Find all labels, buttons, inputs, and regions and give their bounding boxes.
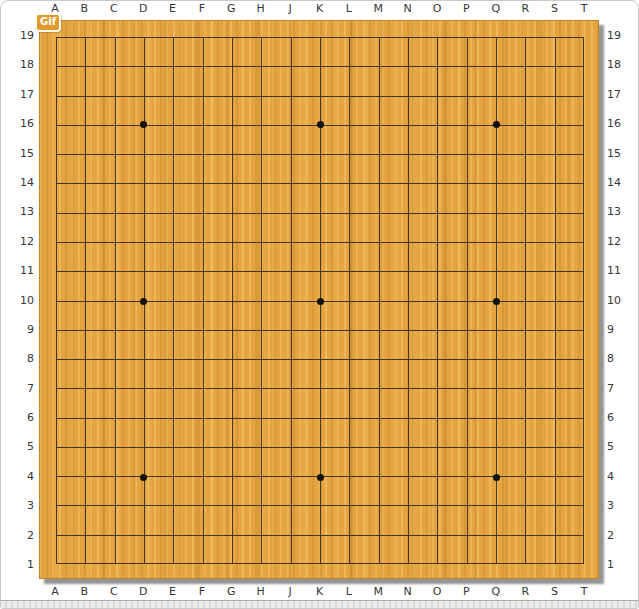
grid-cell	[408, 96, 437, 125]
grid-cell	[203, 183, 232, 212]
grid-cell	[349, 447, 378, 476]
grid-cell	[85, 359, 114, 388]
grid-cell	[349, 242, 378, 271]
row-label-left: 12	[4, 235, 34, 248]
star-point-Q16	[493, 121, 500, 128]
grid-cell	[349, 476, 378, 505]
grid-cell	[379, 154, 408, 183]
row-label-right: 5	[607, 440, 637, 453]
grid-cell	[437, 535, 466, 564]
grid-cell	[173, 301, 202, 330]
grid-cell	[496, 154, 525, 183]
grid-cell	[173, 447, 202, 476]
grid-cell	[56, 125, 85, 154]
star-point-D10	[140, 298, 147, 305]
grid-cell	[496, 535, 525, 564]
column-label-bottom: D	[132, 585, 154, 598]
grid-cell	[144, 476, 173, 505]
grid-cell	[291, 388, 320, 417]
column-label-bottom: S	[544, 585, 566, 598]
grid-cell	[408, 447, 437, 476]
grid-cell	[291, 66, 320, 95]
grid-cell	[525, 271, 554, 300]
grid-cell	[85, 125, 114, 154]
grid-cell	[408, 505, 437, 534]
grid-cell	[320, 271, 349, 300]
grid-cell	[261, 476, 290, 505]
gif-badge[interactable]: Gif	[35, 13, 61, 32]
grid-cell	[408, 418, 437, 447]
column-label-top: Q	[485, 2, 507, 15]
column-label-bottom: B	[73, 585, 95, 598]
column-label-top: H	[250, 2, 272, 15]
column-label-bottom: J	[279, 585, 301, 598]
grid-cell	[555, 330, 584, 359]
row-label-left: 11	[4, 264, 34, 277]
grid-cell	[349, 359, 378, 388]
grid-cell	[467, 418, 496, 447]
column-label-bottom: P	[455, 585, 477, 598]
grid-cell	[437, 96, 466, 125]
grid-cell	[115, 242, 144, 271]
grid-cell	[291, 213, 320, 242]
row-label-right: 19	[607, 29, 637, 42]
column-label-bottom: H	[250, 585, 272, 598]
grid-cell	[379, 330, 408, 359]
grid-cell	[320, 505, 349, 534]
grid-cell	[56, 330, 85, 359]
grid-cell	[525, 37, 554, 66]
grid-cell	[525, 96, 554, 125]
grid-cell	[408, 213, 437, 242]
star-point-K4	[317, 474, 324, 481]
grid-cell	[232, 505, 261, 534]
grid-cell	[261, 125, 290, 154]
grid-cell	[349, 66, 378, 95]
grid-cell	[115, 183, 144, 212]
grid-cell	[496, 96, 525, 125]
grid-cell	[320, 125, 349, 154]
grid-cell	[349, 330, 378, 359]
grid-cell	[173, 359, 202, 388]
grid-cell	[467, 476, 496, 505]
grid-cell	[144, 505, 173, 534]
grid-cell	[379, 359, 408, 388]
grid-cell	[173, 96, 202, 125]
grid-cell	[56, 359, 85, 388]
row-label-left: 8	[4, 352, 34, 365]
grid-cell	[85, 154, 114, 183]
row-label-right: 16	[607, 117, 637, 130]
grid-cell	[320, 96, 349, 125]
grid-cell	[85, 330, 114, 359]
grid-cell	[437, 359, 466, 388]
grid-cell	[555, 96, 584, 125]
column-label-top: L	[338, 2, 360, 15]
grid-cell	[379, 301, 408, 330]
grid-cell	[261, 330, 290, 359]
column-label-top: E	[162, 2, 184, 15]
grid-cell	[555, 271, 584, 300]
grid-cell	[349, 271, 378, 300]
grid-cell	[232, 183, 261, 212]
grid-cell	[56, 301, 85, 330]
grid-cell	[173, 271, 202, 300]
grid-cell	[525, 213, 554, 242]
grid-cell	[144, 271, 173, 300]
grid-cell	[525, 301, 554, 330]
grid-cell	[555, 66, 584, 95]
grid-cell	[496, 183, 525, 212]
row-label-right: 4	[607, 470, 637, 483]
grid-cell	[115, 213, 144, 242]
grid-cell	[320, 154, 349, 183]
grid-cell	[115, 96, 144, 125]
column-label-bottom: L	[338, 585, 360, 598]
grid-cell	[320, 447, 349, 476]
grid-cell	[56, 37, 85, 66]
grid-cell	[320, 66, 349, 95]
grid-cell	[115, 301, 144, 330]
grid-cell	[496, 476, 525, 505]
grid-cell	[437, 388, 466, 417]
grid-cell	[437, 447, 466, 476]
grid-cell	[349, 388, 378, 417]
grid-cell	[496, 271, 525, 300]
row-label-left: 16	[4, 117, 34, 130]
grid-cell	[467, 125, 496, 154]
grid-cell	[496, 213, 525, 242]
grid-cell	[437, 183, 466, 212]
row-label-right: 14	[607, 176, 637, 189]
grid-cell	[203, 242, 232, 271]
grid-cell	[467, 301, 496, 330]
grid-cell	[320, 213, 349, 242]
column-label-top: S	[544, 2, 566, 15]
row-label-right: 9	[607, 323, 637, 336]
column-label-top: P	[455, 2, 477, 15]
grid-cell	[203, 66, 232, 95]
grid-cell	[555, 213, 584, 242]
grid-cell	[56, 154, 85, 183]
grid-cell	[85, 301, 114, 330]
column-label-bottom: C	[103, 585, 125, 598]
grid-cell	[467, 242, 496, 271]
grid-cell	[232, 447, 261, 476]
grid-cell	[525, 330, 554, 359]
grid-cell	[291, 242, 320, 271]
grid-cell	[115, 330, 144, 359]
grid-cell	[261, 271, 290, 300]
column-label-top: O	[426, 2, 448, 15]
grid-cell	[85, 213, 114, 242]
grid-cell	[437, 154, 466, 183]
grid-cell	[291, 37, 320, 66]
row-label-left: 5	[4, 440, 34, 453]
row-label-right: 6	[607, 411, 637, 424]
grid-cell	[203, 388, 232, 417]
grid-cell	[467, 330, 496, 359]
grid-cell	[525, 359, 554, 388]
grid-cell	[203, 37, 232, 66]
grid-cell	[173, 125, 202, 154]
row-label-right: 1	[607, 558, 637, 571]
grid-cell	[173, 476, 202, 505]
grid-cell	[555, 476, 584, 505]
grid-cell	[379, 183, 408, 212]
column-label-bottom: T	[573, 585, 595, 598]
star-point-K10	[317, 298, 324, 305]
grid-cell	[525, 66, 554, 95]
grid-cell	[320, 418, 349, 447]
column-label-top: R	[514, 2, 536, 15]
row-label-left: 7	[4, 382, 34, 395]
row-label-left: 4	[4, 470, 34, 483]
grid-cell	[144, 301, 173, 330]
grid-cell	[437, 505, 466, 534]
grid-cell	[525, 125, 554, 154]
grid-cell	[349, 535, 378, 564]
grid-cell	[232, 388, 261, 417]
grid-cell	[144, 37, 173, 66]
grid-cell	[203, 301, 232, 330]
grid-cell	[496, 242, 525, 271]
grid-cell	[467, 37, 496, 66]
grid-cell	[203, 125, 232, 154]
grid-cell	[291, 535, 320, 564]
grid-cell	[144, 125, 173, 154]
column-label-bottom: K	[309, 585, 331, 598]
go-board[interactable]	[39, 20, 599, 579]
grid-cell	[261, 505, 290, 534]
grid-cell	[379, 476, 408, 505]
grid-cell	[144, 388, 173, 417]
grid-cell	[379, 418, 408, 447]
row-label-right: 11	[607, 264, 637, 277]
grid-cell	[349, 505, 378, 534]
column-label-top: D	[132, 2, 154, 15]
grid-cell	[56, 418, 85, 447]
grid-cell	[349, 418, 378, 447]
grid-cell	[115, 125, 144, 154]
grid-cell	[349, 96, 378, 125]
grid-cell	[291, 505, 320, 534]
grid-cell	[320, 535, 349, 564]
grid-cell	[467, 359, 496, 388]
grid-cell	[56, 96, 85, 125]
row-label-left: 3	[4, 499, 34, 512]
grid-cell	[173, 183, 202, 212]
grid-cell	[379, 213, 408, 242]
grid-cell	[496, 301, 525, 330]
grid-cell	[144, 535, 173, 564]
column-label-bottom: O	[426, 585, 448, 598]
row-label-right: 17	[607, 88, 637, 101]
grid-cell	[349, 154, 378, 183]
grid-cell	[467, 213, 496, 242]
grid-cell	[467, 96, 496, 125]
grid-cell	[144, 242, 173, 271]
grid-cell	[437, 418, 466, 447]
grid-cell	[115, 418, 144, 447]
grid-cell	[144, 330, 173, 359]
grid-cell	[496, 388, 525, 417]
grid-cell	[496, 418, 525, 447]
grid-cell	[496, 66, 525, 95]
column-label-top: K	[309, 2, 331, 15]
grid-cell	[56, 388, 85, 417]
grid-cell	[467, 271, 496, 300]
column-label-bottom: F	[191, 585, 213, 598]
grid-cell	[496, 330, 525, 359]
grid-cell	[261, 301, 290, 330]
grid-cell	[232, 154, 261, 183]
grid-cell	[525, 154, 554, 183]
grid-cell	[173, 535, 202, 564]
grid-cell	[408, 301, 437, 330]
grid-cell	[85, 37, 114, 66]
column-label-bottom: N	[397, 585, 419, 598]
grid-cell	[144, 66, 173, 95]
row-label-left: 10	[4, 294, 34, 307]
grid-cell	[203, 535, 232, 564]
grid-cell	[437, 37, 466, 66]
grid-cell	[555, 535, 584, 564]
grid-cell	[232, 418, 261, 447]
grid-cell	[525, 388, 554, 417]
grid-cell	[496, 37, 525, 66]
horizontal-scrollbar[interactable]	[1, 600, 638, 608]
grid-cell	[115, 476, 144, 505]
grid-cell	[232, 213, 261, 242]
grid-cell	[232, 476, 261, 505]
column-label-top: G	[220, 2, 242, 15]
grid-cell	[525, 183, 554, 212]
grid-cell	[437, 213, 466, 242]
column-label-bottom: Q	[485, 585, 507, 598]
grid-cell	[379, 447, 408, 476]
grid-cell	[261, 154, 290, 183]
grid-cell	[525, 505, 554, 534]
star-point-Q10	[493, 298, 500, 305]
grid-cell	[173, 66, 202, 95]
grid-cell	[437, 271, 466, 300]
grid-cell	[555, 505, 584, 534]
grid-cell	[349, 301, 378, 330]
grid-cell	[379, 96, 408, 125]
grid-cell	[115, 388, 144, 417]
grid-cell	[437, 476, 466, 505]
grid-cell	[555, 125, 584, 154]
grid-cell	[437, 125, 466, 154]
star-point-D4	[140, 474, 147, 481]
grid-cell	[408, 37, 437, 66]
grid-cell	[203, 271, 232, 300]
grid-cell	[232, 330, 261, 359]
grid-cell	[320, 476, 349, 505]
grid-cell	[408, 242, 437, 271]
grid-cell	[203, 505, 232, 534]
grid-cell	[203, 154, 232, 183]
grid-cell	[379, 37, 408, 66]
grid-cell	[467, 388, 496, 417]
grid-cell	[408, 154, 437, 183]
grid-cell	[555, 418, 584, 447]
grid-cell	[85, 505, 114, 534]
grid-cell	[85, 388, 114, 417]
column-label-top: M	[367, 2, 389, 15]
row-label-left: 13	[4, 205, 34, 218]
grid-cell	[203, 476, 232, 505]
row-label-left: 9	[4, 323, 34, 336]
grid-cell	[232, 66, 261, 95]
grid-cell	[467, 154, 496, 183]
column-label-bottom: R	[514, 585, 536, 598]
grid-cell	[349, 183, 378, 212]
grid-cell	[291, 476, 320, 505]
go-widget-card: Gif AABBCCDDEEFFGGHHJJKKLLMMNNOOPPQQRRSS…	[0, 0, 639, 609]
grid-cell	[525, 447, 554, 476]
row-label-left: 2	[4, 529, 34, 542]
grid-cell	[291, 301, 320, 330]
grid-cell	[56, 505, 85, 534]
grid-cell	[291, 359, 320, 388]
grid-cell	[56, 535, 85, 564]
row-label-right: 13	[607, 205, 637, 218]
grid-cell	[291, 447, 320, 476]
grid-cell	[291, 330, 320, 359]
grid-cell	[56, 213, 85, 242]
grid-cell	[173, 505, 202, 534]
grid-cell	[115, 271, 144, 300]
grid-cell	[261, 183, 290, 212]
grid-cell	[203, 330, 232, 359]
grid-cell	[408, 476, 437, 505]
grid-cell	[115, 535, 144, 564]
grid-cell	[85, 271, 114, 300]
grid-cell	[437, 330, 466, 359]
grid-cell	[291, 271, 320, 300]
grid-cell	[56, 476, 85, 505]
grid-cell	[555, 37, 584, 66]
grid-cell	[261, 66, 290, 95]
grid-cell	[379, 66, 408, 95]
grid-cell	[203, 447, 232, 476]
grid-cell	[203, 213, 232, 242]
grid-cell	[115, 37, 144, 66]
grid-cell	[467, 505, 496, 534]
grid-cell	[525, 535, 554, 564]
grid-cell	[232, 271, 261, 300]
column-label-top: T	[573, 2, 595, 15]
grid-cell	[261, 37, 290, 66]
grid-cell	[85, 535, 114, 564]
grid-cell	[291, 418, 320, 447]
grid-cell	[555, 301, 584, 330]
column-label-bottom: M	[367, 585, 389, 598]
grid-cell	[437, 66, 466, 95]
grid-cell	[115, 359, 144, 388]
row-label-left: 19	[4, 29, 34, 42]
row-label-left: 17	[4, 88, 34, 101]
column-label-bottom: E	[162, 585, 184, 598]
row-label-left: 15	[4, 147, 34, 160]
grid-cell	[173, 213, 202, 242]
grid-cell	[261, 418, 290, 447]
grid-cell	[320, 37, 349, 66]
grid-cell	[261, 388, 290, 417]
grid-cell	[349, 37, 378, 66]
